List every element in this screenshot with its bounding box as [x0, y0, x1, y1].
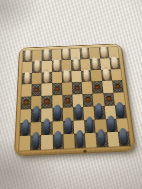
- square-r2c9[interactable]: [111, 69, 122, 81]
- light-peg[interactable]: [53, 58, 60, 72]
- dark-peg[interactable]: [98, 129, 107, 146]
- square-r2c3[interactable]: [52, 71, 62, 83]
- square-r7c3[interactable]: [52, 134, 63, 149]
- square-r7c2[interactable]: [41, 135, 52, 150]
- peg-hole: [55, 86, 60, 91]
- light-peg[interactable]: [34, 58, 41, 72]
- square-r1c3[interactable]: [52, 60, 62, 72]
- square-r3c0[interactable]: [21, 84, 31, 97]
- square-r4c0[interactable]: [21, 96, 32, 109]
- square-r3c9[interactable]: [112, 80, 124, 92]
- square-r3c3[interactable]: [52, 83, 62, 96]
- square-r7c0[interactable]: [19, 136, 30, 151]
- dark-peg[interactable]: [119, 128, 128, 145]
- light-peg[interactable]: [91, 56, 99, 70]
- board-perspective-wrapper: [14, 44, 134, 155]
- light-peg[interactable]: [44, 69, 51, 83]
- light-peg[interactable]: [83, 67, 90, 81]
- dark-peg[interactable]: [116, 102, 125, 118]
- square-r2c4[interactable]: [62, 71, 72, 83]
- square-r4c4[interactable]: [62, 95, 73, 108]
- square-r7c9[interactable]: [118, 132, 131, 147]
- square-r7c5[interactable]: [74, 133, 86, 148]
- dark-peg[interactable]: [54, 131, 62, 148]
- light-peg[interactable]: [100, 45, 108, 58]
- square-r3c4[interactable]: [62, 82, 73, 95]
- dark-peg[interactable]: [33, 106, 40, 122]
- board-tilt-wrapper: [8, 15, 134, 155]
- light-peg[interactable]: [111, 55, 119, 69]
- square-r6c0[interactable]: [20, 122, 31, 136]
- light-peg[interactable]: [63, 68, 70, 82]
- square-r6c2[interactable]: [42, 121, 53, 135]
- dark-peg[interactable]: [86, 116, 94, 133]
- square-r3c2[interactable]: [42, 83, 52, 96]
- light-peg[interactable]: [44, 47, 50, 60]
- light-peg[interactable]: [62, 47, 69, 60]
- dark-peg[interactable]: [65, 117, 73, 134]
- square-r5c9[interactable]: [115, 105, 127, 119]
- peg-hole: [65, 98, 70, 103]
- peg-hole: [95, 85, 100, 90]
- light-peg[interactable]: [24, 48, 31, 61]
- square-r3c1[interactable]: [32, 84, 42, 97]
- dark-peg[interactable]: [54, 105, 61, 121]
- latch-hole: [83, 150, 87, 153]
- square-r5c3[interactable]: [52, 108, 63, 122]
- square-r1c1[interactable]: [32, 61, 42, 73]
- board-grid: [19, 47, 130, 151]
- square-r0c0[interactable]: [23, 51, 33, 62]
- square-r5c1[interactable]: [31, 108, 42, 122]
- light-peg[interactable]: [24, 70, 31, 84]
- dark-peg[interactable]: [76, 130, 84, 147]
- square-r2c1[interactable]: [32, 72, 42, 84]
- dark-peg[interactable]: [107, 115, 116, 132]
- square-r0c4[interactable]: [61, 49, 71, 60]
- peg-hole: [44, 99, 49, 104]
- dark-peg[interactable]: [43, 118, 50, 135]
- light-peg[interactable]: [81, 46, 88, 59]
- dark-peg[interactable]: [75, 104, 83, 120]
- dark-peg[interactable]: [95, 103, 103, 119]
- square-r6c4[interactable]: [63, 120, 74, 134]
- square-r4c2[interactable]: [42, 95, 52, 108]
- peg-hole: [86, 97, 91, 102]
- photo-background: [0, 0, 142, 189]
- light-peg[interactable]: [102, 67, 110, 81]
- square-r0c2[interactable]: [42, 50, 52, 61]
- peg-hole: [106, 96, 111, 101]
- square-r2c0[interactable]: [22, 73, 32, 85]
- square-r7c4[interactable]: [63, 134, 75, 149]
- peg-hole: [34, 87, 39, 92]
- dark-peg[interactable]: [32, 132, 39, 149]
- checkers-board: [14, 43, 136, 156]
- square-r1c9[interactable]: [109, 58, 120, 70]
- peg-hole: [75, 85, 80, 90]
- light-peg[interactable]: [72, 57, 79, 71]
- square-r2c2[interactable]: [42, 72, 52, 84]
- peg-hole: [24, 100, 29, 105]
- square-r7c1[interactable]: [30, 135, 41, 150]
- dark-peg[interactable]: [22, 119, 30, 136]
- peg-hole: [115, 84, 120, 89]
